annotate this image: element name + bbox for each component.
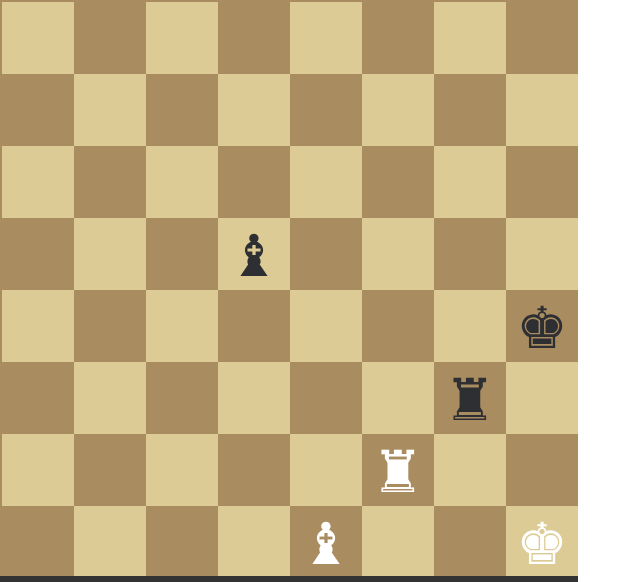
square-h3[interactable] (506, 362, 578, 434)
square-b4[interactable] (74, 290, 146, 362)
square-e7[interactable] (290, 74, 362, 146)
square-d8[interactable] (218, 2, 290, 74)
square-a7[interactable] (2, 74, 74, 146)
square-c4[interactable] (146, 290, 218, 362)
black-rook[interactable]: ♜ (444, 364, 496, 436)
square-d1[interactable] (218, 506, 290, 578)
square-h7[interactable] (506, 74, 578, 146)
square-e5[interactable] (290, 218, 362, 290)
square-g1[interactable] (434, 506, 506, 578)
square-b5[interactable] (74, 218, 146, 290)
black-king[interactable]: ♚ (516, 292, 568, 364)
square-a6[interactable] (2, 146, 74, 218)
chess-app-window: ♝♚♜♜♝♚ (0, 0, 640, 582)
square-e4[interactable] (290, 290, 362, 362)
square-b8[interactable] (74, 2, 146, 74)
white-bishop[interactable]: ♝ (300, 508, 352, 580)
square-g3[interactable]: ♜ (434, 362, 506, 434)
square-f2[interactable]: ♜ (362, 434, 434, 506)
square-a5[interactable] (2, 218, 74, 290)
square-a2[interactable] (2, 434, 74, 506)
square-a8[interactable] (2, 2, 74, 74)
square-d6[interactable] (218, 146, 290, 218)
right-margin (578, 0, 640, 582)
square-e2[interactable] (290, 434, 362, 506)
square-f1[interactable] (362, 506, 434, 578)
square-e6[interactable] (290, 146, 362, 218)
board-frame: ♝♚♜♜♝♚ (0, 0, 578, 578)
square-b2[interactable] (74, 434, 146, 506)
square-f7[interactable] (362, 74, 434, 146)
square-f5[interactable] (362, 218, 434, 290)
square-c5[interactable] (146, 218, 218, 290)
square-e8[interactable] (290, 2, 362, 74)
square-a1[interactable] (2, 506, 74, 578)
square-g6[interactable] (434, 146, 506, 218)
square-d3[interactable] (218, 362, 290, 434)
square-h6[interactable] (506, 146, 578, 218)
white-king[interactable]: ♚ (516, 508, 568, 580)
square-a4[interactable] (2, 290, 74, 362)
chess-board[interactable]: ♝♚♜♜♝♚ (2, 2, 578, 578)
square-g5[interactable] (434, 218, 506, 290)
square-c1[interactable] (146, 506, 218, 578)
square-b6[interactable] (74, 146, 146, 218)
square-f3[interactable] (362, 362, 434, 434)
square-f4[interactable] (362, 290, 434, 362)
square-h4[interactable]: ♚ (506, 290, 578, 362)
square-d2[interactable] (218, 434, 290, 506)
square-c7[interactable] (146, 74, 218, 146)
black-bishop[interactable]: ♝ (228, 220, 280, 292)
square-c2[interactable] (146, 434, 218, 506)
square-h8[interactable] (506, 2, 578, 74)
square-d7[interactable] (218, 74, 290, 146)
square-a3[interactable] (2, 362, 74, 434)
square-h1[interactable]: ♚ (506, 506, 578, 578)
square-d4[interactable] (218, 290, 290, 362)
square-b7[interactable] (74, 74, 146, 146)
square-c8[interactable] (146, 2, 218, 74)
window-bottom-edge (0, 576, 578, 582)
square-h2[interactable] (506, 434, 578, 506)
white-rook[interactable]: ♜ (372, 436, 424, 508)
square-g7[interactable] (434, 74, 506, 146)
square-c3[interactable] (146, 362, 218, 434)
square-f6[interactable] (362, 146, 434, 218)
square-g2[interactable] (434, 434, 506, 506)
square-c6[interactable] (146, 146, 218, 218)
square-e1[interactable]: ♝ (290, 506, 362, 578)
square-f8[interactable] (362, 2, 434, 74)
square-h5[interactable] (506, 218, 578, 290)
square-d5[interactable]: ♝ (218, 218, 290, 290)
square-g4[interactable] (434, 290, 506, 362)
square-b1[interactable] (74, 506, 146, 578)
square-g8[interactable] (434, 2, 506, 74)
square-b3[interactable] (74, 362, 146, 434)
square-e3[interactable] (290, 362, 362, 434)
